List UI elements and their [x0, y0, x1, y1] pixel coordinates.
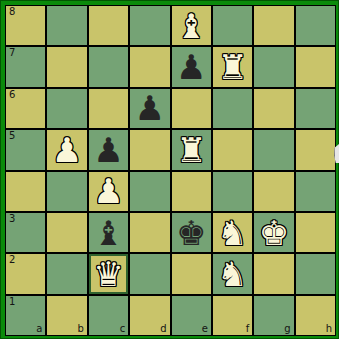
piece-black-bishop[interactable]: ♝	[93, 214, 123, 252]
square-b6[interactable]	[47, 89, 86, 128]
piece-white-knight[interactable]: ♞	[217, 214, 247, 252]
square-e7[interactable]: ♟	[172, 47, 211, 86]
square-a1[interactable]: 1a	[6, 296, 45, 335]
file-label-f: f	[246, 324, 250, 334]
piece-white-rook[interactable]: ♜	[217, 48, 247, 86]
square-g3[interactable]: ♚	[254, 213, 293, 252]
square-e6[interactable]	[172, 89, 211, 128]
chess-board-window: 8♝7♟♜6♟5♟♟♜♟3♝♚♞♚2♛♞1abcdefgh	[0, 0, 339, 339]
piece-black-king[interactable]: ♚	[176, 214, 206, 252]
square-e8[interactable]: ♝	[172, 6, 211, 45]
square-h4[interactable]	[296, 172, 335, 211]
square-a7[interactable]: 7	[6, 47, 45, 86]
square-a8[interactable]: 8	[6, 6, 45, 45]
square-b5[interactable]: ♟	[47, 130, 86, 169]
square-f7[interactable]: ♜	[213, 47, 252, 86]
square-e5[interactable]: ♜	[172, 130, 211, 169]
square-f6[interactable]	[213, 89, 252, 128]
square-a3[interactable]: 3	[6, 213, 45, 252]
square-f3[interactable]: ♞	[213, 213, 252, 252]
piece-white-queen[interactable]: ♛	[93, 255, 123, 293]
rank-label-5: 5	[9, 131, 15, 141]
piece-white-pawn[interactable]: ♟	[93, 172, 123, 210]
file-label-a: a	[36, 324, 42, 334]
square-h6[interactable]	[296, 89, 335, 128]
square-d1[interactable]: d	[130, 296, 169, 335]
square-d7[interactable]	[130, 47, 169, 86]
square-g6[interactable]	[254, 89, 293, 128]
rank-label-2: 2	[9, 255, 15, 265]
square-b4[interactable]	[47, 172, 86, 211]
square-b3[interactable]	[47, 213, 86, 252]
square-c8[interactable]	[89, 6, 128, 45]
square-b7[interactable]	[47, 47, 86, 86]
piece-white-king[interactable]: ♚	[259, 214, 289, 252]
square-g2[interactable]	[254, 254, 293, 293]
square-h8[interactable]	[296, 6, 335, 45]
square-b8[interactable]	[47, 6, 86, 45]
square-c2[interactable]: ♛	[89, 254, 128, 293]
piece-white-bishop[interactable]: ♝	[176, 7, 206, 45]
square-g1[interactable]: g	[254, 296, 293, 335]
square-c4[interactable]: ♟	[89, 172, 128, 211]
square-c7[interactable]	[89, 47, 128, 86]
square-e3[interactable]: ♚	[172, 213, 211, 252]
square-g8[interactable]	[254, 6, 293, 45]
square-b1[interactable]: b	[47, 296, 86, 335]
square-f2[interactable]: ♞	[213, 254, 252, 293]
square-e4[interactable]	[172, 172, 211, 211]
square-h2[interactable]	[296, 254, 335, 293]
square-d3[interactable]	[130, 213, 169, 252]
square-a4[interactable]	[6, 172, 45, 211]
square-a2[interactable]: 2	[6, 254, 45, 293]
piece-white-knight[interactable]: ♞	[217, 255, 247, 293]
rank-label-1: 1	[9, 297, 15, 307]
square-c3[interactable]: ♝	[89, 213, 128, 252]
square-a6[interactable]: 6	[6, 89, 45, 128]
square-c1[interactable]: c	[89, 296, 128, 335]
square-h1[interactable]: h	[296, 296, 335, 335]
square-e2[interactable]	[172, 254, 211, 293]
file-label-g: g	[284, 324, 290, 334]
piece-white-rook[interactable]: ♜	[176, 131, 206, 169]
square-c6[interactable]	[89, 89, 128, 128]
file-label-h: h	[326, 324, 332, 334]
square-h7[interactable]	[296, 47, 335, 86]
square-d8[interactable]	[130, 6, 169, 45]
square-d4[interactable]	[130, 172, 169, 211]
file-label-d: d	[160, 324, 166, 334]
piece-white-pawn[interactable]: ♟	[52, 131, 82, 169]
square-d2[interactable]	[130, 254, 169, 293]
square-g7[interactable]	[254, 47, 293, 86]
piece-black-pawn[interactable]: ♟	[176, 48, 206, 86]
file-label-b: b	[77, 324, 83, 334]
rank-label-6: 6	[9, 90, 15, 100]
square-d6[interactable]: ♟	[130, 89, 169, 128]
square-g5[interactable]	[254, 130, 293, 169]
square-h3[interactable]	[296, 213, 335, 252]
square-b2[interactable]	[47, 254, 86, 293]
file-label-c: c	[120, 324, 126, 334]
square-f1[interactable]: f	[213, 296, 252, 335]
piece-black-pawn[interactable]: ♟	[93, 131, 123, 169]
file-label-e: e	[202, 324, 208, 334]
square-c5[interactable]: ♟	[89, 130, 128, 169]
rank-label-7: 7	[9, 48, 15, 58]
chess-board: 8♝7♟♜6♟5♟♟♜♟3♝♚♞♚2♛♞1abcdefgh	[5, 5, 336, 336]
square-f8[interactable]	[213, 6, 252, 45]
square-e1[interactable]: e	[172, 296, 211, 335]
rank-label-8: 8	[9, 7, 15, 17]
rank-label-3: 3	[9, 214, 15, 224]
square-f4[interactable]	[213, 172, 252, 211]
square-g4[interactable]	[254, 172, 293, 211]
piece-black-pawn[interactable]: ♟	[135, 89, 165, 127]
square-f5[interactable]	[213, 130, 252, 169]
square-h5[interactable]	[296, 130, 335, 169]
square-a5[interactable]: 5	[6, 130, 45, 169]
square-d5[interactable]	[130, 130, 169, 169]
